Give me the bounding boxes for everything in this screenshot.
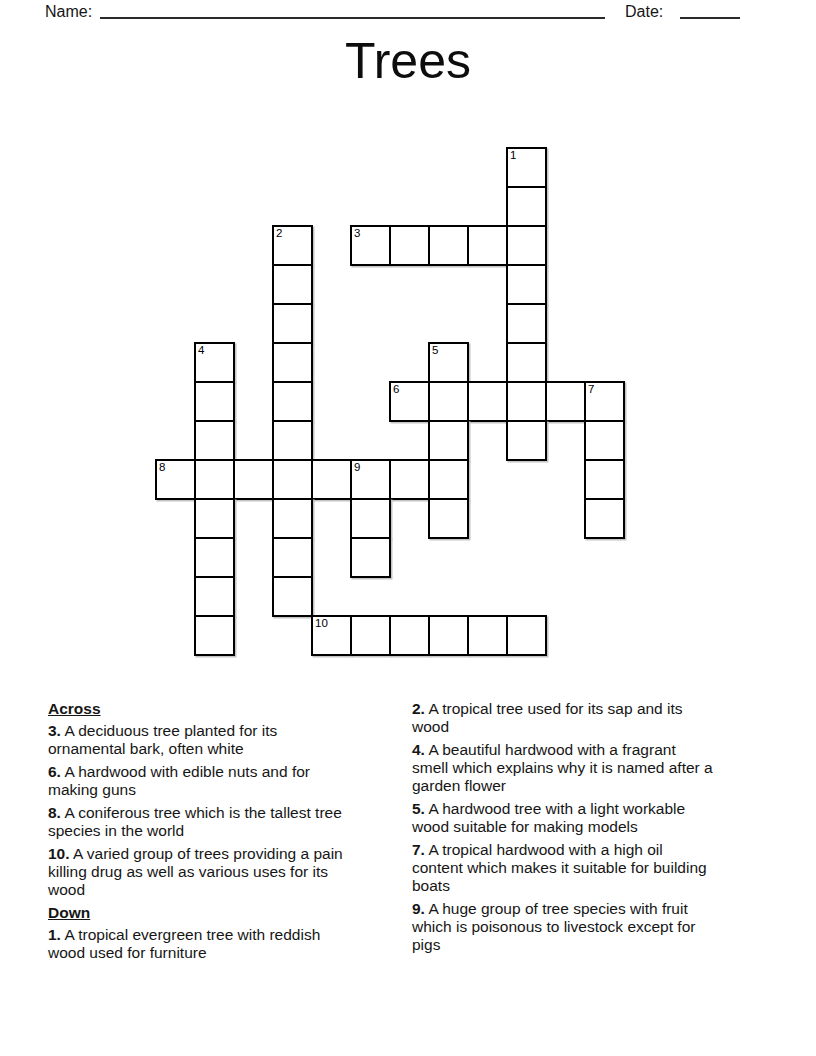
grid-cell-r8c11[interactable] [584, 459, 625, 500]
grid-cell-r12c7[interactable] [428, 615, 469, 656]
grid-cell-r9c5[interactable] [350, 498, 391, 539]
grid-cell-r5c7[interactable]: 5 [428, 342, 469, 383]
grid-cell-r3c9[interactable] [506, 264, 547, 305]
grid-cell-r8c6[interactable] [389, 459, 430, 500]
clue-down-4: 4. A beautiful hardwood with a fragrant … [412, 741, 715, 795]
grid-cell-r6c6[interactable]: 6 [389, 381, 430, 422]
grid-cell-r12c5[interactable] [350, 615, 391, 656]
clue-number: 2. [412, 700, 425, 717]
grid-cell-r6c8[interactable] [467, 381, 508, 422]
grid-cell-r5c9[interactable] [506, 342, 547, 383]
grid-cell-r2c5[interactable]: 3 [350, 225, 391, 266]
grid-cell-r9c7[interactable] [428, 498, 469, 539]
cell-number-1: 1 [510, 149, 516, 162]
clue-down-2: 2. A tropical tree used for its sap and … [412, 700, 715, 736]
grid-cell-r12c8[interactable] [467, 615, 508, 656]
grid-cell-r9c3[interactable] [272, 498, 313, 539]
down-clue-list-rest: 2. A tropical tree used for its sap and … [412, 700, 715, 954]
grid-cell-r11c1[interactable] [194, 576, 235, 617]
name-label: Name: [45, 3, 92, 21]
grid-cell-r7c9[interactable] [506, 420, 547, 461]
across-heading: Across [48, 700, 349, 718]
grid-cell-r7c7[interactable] [428, 420, 469, 461]
cell-number-9: 9 [354, 461, 360, 474]
grid-cell-r6c1[interactable] [194, 381, 235, 422]
puzzle-title: Trees [0, 32, 816, 90]
grid-cell-r6c3[interactable] [272, 381, 313, 422]
clue-number: 5. [412, 800, 425, 817]
cell-number-8: 8 [159, 461, 165, 474]
clue-number: 4. [412, 741, 425, 758]
clue-across-3: 3. A deciduous tree planted for its orna… [48, 722, 349, 758]
grid-cell-r8c0[interactable]: 8 [155, 459, 196, 500]
down-clue-list-first: 1. A tropical evergreen tree with reddis… [48, 926, 349, 962]
grid-cell-r10c1[interactable] [194, 537, 235, 578]
crossword-grid: 12345678910 [155, 147, 625, 656]
clue-number: 7. [412, 841, 425, 858]
grid-cell-r2c8[interactable] [467, 225, 508, 266]
grid-cell-r5c1[interactable]: 4 [194, 342, 235, 383]
cell-number-3: 3 [354, 227, 360, 240]
clue-across-8: 8. A coniferous tree which is the talles… [48, 804, 349, 840]
down-heading: Down [48, 904, 349, 922]
grid-cell-r6c7[interactable] [428, 381, 469, 422]
grid-cell-r9c11[interactable] [584, 498, 625, 539]
grid-cell-r8c4[interactable] [311, 459, 352, 500]
name-blank-line [100, 17, 605, 19]
date-blank-line [680, 17, 740, 19]
cell-number-4: 4 [198, 344, 204, 357]
cell-number-6: 6 [393, 383, 399, 396]
clue-across-6: 6. A hardwood with edible nuts and for m… [48, 763, 349, 799]
grid-cell-r2c3[interactable]: 2 [272, 225, 313, 266]
across-clue-list: 3. A deciduous tree planted for its orna… [48, 722, 349, 899]
clue-number: 8. [48, 804, 61, 821]
grid-cell-r4c3[interactable] [272, 303, 313, 344]
grid-cell-r7c11[interactable] [584, 420, 625, 461]
grid-cell-r8c2[interactable] [233, 459, 274, 500]
crossword-worksheet-page: { "game": "crossword", "title": "Trees",… [0, 0, 816, 1056]
grid-cell-r4c9[interactable] [506, 303, 547, 344]
grid-cell-r6c9[interactable] [506, 381, 547, 422]
clue-across-10: 10. A varied group of trees providing a … [48, 845, 349, 899]
grid-cell-r10c3[interactable] [272, 537, 313, 578]
clues-right-column: 2. A tropical tree used for its sap and … [412, 700, 715, 959]
grid-cell-r5c3[interactable] [272, 342, 313, 383]
grid-cell-r8c3[interactable] [272, 459, 313, 500]
clue-down-1: 1. A tropical evergreen tree with reddis… [48, 926, 349, 962]
clue-number: 9. [412, 900, 425, 917]
grid-cell-r3c3[interactable] [272, 264, 313, 305]
grid-cell-r12c1[interactable] [194, 615, 235, 656]
clue-down-9: 9. A huge group of tree species with fru… [412, 900, 715, 954]
cell-number-10: 10 [315, 617, 328, 630]
date-label: Date: [625, 3, 663, 21]
clue-number: 3. [48, 722, 61, 739]
grid-cell-r7c1[interactable] [194, 420, 235, 461]
grid-cell-r0c9[interactable]: 1 [506, 147, 547, 188]
grid-cell-r12c4[interactable]: 10 [311, 615, 352, 656]
clue-number: 6. [48, 763, 61, 780]
grid-cell-r11c3[interactable] [272, 576, 313, 617]
grid-cell-r2c7[interactable] [428, 225, 469, 266]
grid-cell-r1c9[interactable] [506, 186, 547, 227]
grid-cell-r8c7[interactable] [428, 459, 469, 500]
grid-cell-r12c6[interactable] [389, 615, 430, 656]
grid-cell-r2c9[interactable] [506, 225, 547, 266]
grid-cell-r9c1[interactable] [194, 498, 235, 539]
grid-cell-r8c5[interactable]: 9 [350, 459, 391, 500]
clues-left-column: Across 3. A deciduous tree planted for i… [48, 700, 349, 967]
clue-number: 1. [48, 926, 61, 943]
clue-down-7: 7. A tropical hardwood with a high oil c… [412, 841, 715, 895]
grid-cell-r6c11[interactable]: 7 [584, 381, 625, 422]
cell-number-2: 2 [276, 227, 282, 240]
grid-cell-r12c9[interactable] [506, 615, 547, 656]
grid-cell-r10c5[interactable] [350, 537, 391, 578]
grid-cell-r8c1[interactable] [194, 459, 235, 500]
grid-cell-r2c6[interactable] [389, 225, 430, 266]
clue-number: 10. [48, 845, 70, 862]
grid-cell-r7c3[interactable] [272, 420, 313, 461]
cell-number-5: 5 [432, 344, 438, 357]
cell-number-7: 7 [588, 383, 594, 396]
grid-cell-r6c10[interactable] [545, 381, 586, 422]
clue-down-5: 5. A hardwood tree with a light workable… [412, 800, 715, 836]
